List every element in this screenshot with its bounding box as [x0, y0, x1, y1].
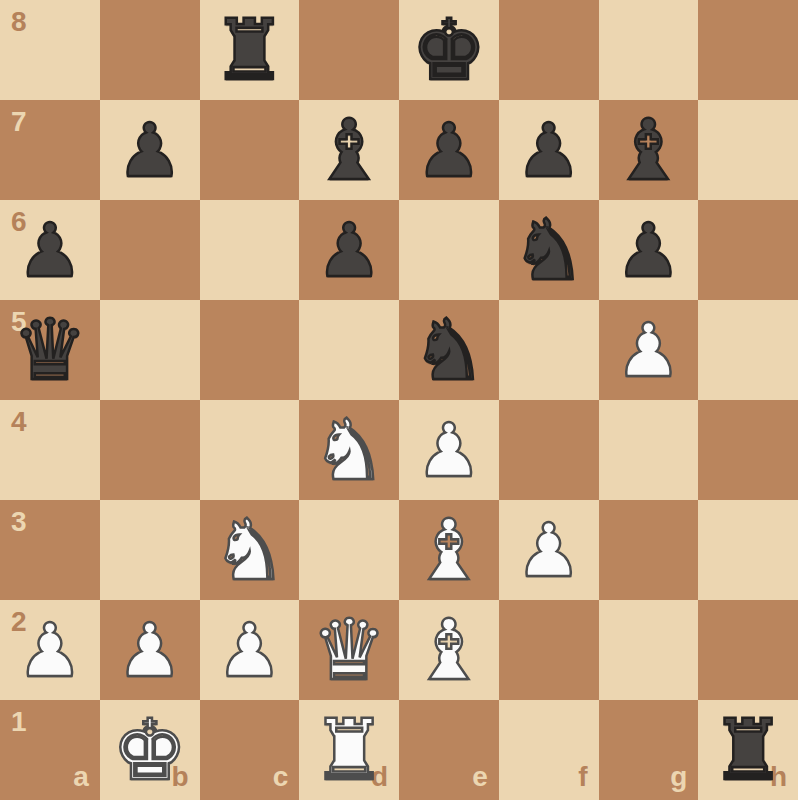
- square-f2[interactable]: [499, 600, 599, 700]
- square-a5[interactable]: 5♛: [0, 300, 100, 400]
- piece-black-pawn[interactable]: ♟: [0, 200, 100, 300]
- square-a8[interactable]: 8: [0, 0, 100, 100]
- piece-black-bishop[interactable]: ♝: [299, 100, 399, 200]
- piece-white-bishop[interactable]: ♝: [399, 500, 499, 600]
- square-b4[interactable]: [100, 400, 200, 500]
- square-h2[interactable]: [698, 600, 798, 700]
- square-e4[interactable]: ♟: [399, 400, 499, 500]
- square-g2[interactable]: [599, 600, 699, 700]
- square-h5[interactable]: [698, 300, 798, 400]
- square-g8[interactable]: [599, 0, 699, 100]
- piece-white-pawn[interactable]: ♟: [100, 600, 200, 700]
- rank-label-8: 8: [11, 8, 27, 36]
- square-g5[interactable]: ♟: [599, 300, 699, 400]
- square-b6[interactable]: [100, 200, 200, 300]
- square-h4[interactable]: [698, 400, 798, 500]
- rank-label-1: 1: [11, 708, 27, 736]
- square-g3[interactable]: [599, 500, 699, 600]
- piece-black-queen[interactable]: ♛: [0, 300, 100, 400]
- square-d4[interactable]: ♞: [299, 400, 399, 500]
- square-c4[interactable]: [200, 400, 300, 500]
- square-c5[interactable]: [200, 300, 300, 400]
- square-a7[interactable]: 7: [0, 100, 100, 200]
- square-c2[interactable]: ♟: [200, 600, 300, 700]
- piece-white-rook[interactable]: ♜: [299, 700, 399, 800]
- rank-label-7: 7: [11, 108, 27, 136]
- square-d1[interactable]: d♜: [299, 700, 399, 800]
- square-c6[interactable]: [200, 200, 300, 300]
- square-a2[interactable]: 2♟: [0, 600, 100, 700]
- square-g7[interactable]: ♝: [599, 100, 699, 200]
- square-h3[interactable]: [698, 500, 798, 600]
- piece-black-pawn[interactable]: ♟: [100, 100, 200, 200]
- square-f3[interactable]: ♟: [499, 500, 599, 600]
- piece-white-queen[interactable]: ♛: [299, 600, 399, 700]
- piece-white-knight[interactable]: ♞: [299, 400, 399, 500]
- file-label-e: e: [472, 763, 488, 791]
- square-f8[interactable]: [499, 0, 599, 100]
- square-e3[interactable]: ♝: [399, 500, 499, 600]
- piece-white-pawn[interactable]: ♟: [499, 500, 599, 600]
- square-d3[interactable]: [299, 500, 399, 600]
- file-label-g: g: [670, 763, 687, 791]
- rank-label-4: 4: [11, 408, 27, 436]
- square-d8[interactable]: [299, 0, 399, 100]
- square-f7[interactable]: ♟: [499, 100, 599, 200]
- piece-white-knight[interactable]: ♞: [200, 500, 300, 600]
- square-c7[interactable]: [200, 100, 300, 200]
- piece-black-bishop[interactable]: ♝: [599, 100, 699, 200]
- piece-white-pawn[interactable]: ♟: [599, 300, 699, 400]
- square-c8[interactable]: ♜: [200, 0, 300, 100]
- square-b7[interactable]: ♟: [100, 100, 200, 200]
- square-g1[interactable]: g: [599, 700, 699, 800]
- square-b5[interactable]: [100, 300, 200, 400]
- piece-black-rook[interactable]: ♜: [698, 700, 798, 800]
- square-h1[interactable]: h♜: [698, 700, 798, 800]
- square-b2[interactable]: ♟: [100, 600, 200, 700]
- square-a6[interactable]: 6♟: [0, 200, 100, 300]
- square-e6[interactable]: [399, 200, 499, 300]
- piece-white-king[interactable]: ♚: [100, 700, 200, 800]
- file-label-a: a: [73, 763, 89, 791]
- square-f1[interactable]: f: [499, 700, 599, 800]
- square-g4[interactable]: [599, 400, 699, 500]
- square-b1[interactable]: b♚: [100, 700, 200, 800]
- piece-black-knight[interactable]: ♞: [499, 200, 599, 300]
- square-c1[interactable]: c: [200, 700, 300, 800]
- square-b8[interactable]: [100, 0, 200, 100]
- square-f6[interactable]: ♞: [499, 200, 599, 300]
- square-e8[interactable]: ♚: [399, 0, 499, 100]
- square-f4[interactable]: [499, 400, 599, 500]
- square-h7[interactable]: [698, 100, 798, 200]
- chess-board: 8♜♚7♟♝♟♟♝6♟♟♞♟5♛♞♟4♞♟3♞♝♟2♟♟♟♛♝1ab♚cd♜ef…: [0, 0, 798, 800]
- square-a3[interactable]: 3: [0, 500, 100, 600]
- rank-label-3: 3: [11, 508, 27, 536]
- piece-black-knight[interactable]: ♞: [399, 300, 499, 400]
- piece-black-pawn[interactable]: ♟: [599, 200, 699, 300]
- piece-white-pawn[interactable]: ♟: [0, 600, 100, 700]
- piece-black-king[interactable]: ♚: [399, 0, 499, 100]
- square-a4[interactable]: 4: [0, 400, 100, 500]
- square-d5[interactable]: [299, 300, 399, 400]
- square-e1[interactable]: e: [399, 700, 499, 800]
- piece-black-pawn[interactable]: ♟: [299, 200, 399, 300]
- file-label-f: f: [578, 763, 587, 791]
- piece-white-bishop[interactable]: ♝: [399, 600, 499, 700]
- square-g6[interactable]: ♟: [599, 200, 699, 300]
- file-label-c: c: [273, 763, 289, 791]
- square-h8[interactable]: [698, 0, 798, 100]
- piece-white-pawn[interactable]: ♟: [399, 400, 499, 500]
- square-d2[interactable]: ♛: [299, 600, 399, 700]
- piece-white-pawn[interactable]: ♟: [200, 600, 300, 700]
- piece-black-pawn[interactable]: ♟: [499, 100, 599, 200]
- piece-black-rook[interactable]: ♜: [200, 0, 300, 100]
- square-d7[interactable]: ♝: [299, 100, 399, 200]
- square-d6[interactable]: ♟: [299, 200, 399, 300]
- square-a1[interactable]: 1a: [0, 700, 100, 800]
- square-b3[interactable]: [100, 500, 200, 600]
- square-e7[interactable]: ♟: [399, 100, 499, 200]
- square-f5[interactable]: [499, 300, 599, 400]
- square-h6[interactable]: [698, 200, 798, 300]
- square-e2[interactable]: ♝: [399, 600, 499, 700]
- piece-black-pawn[interactable]: ♟: [399, 100, 499, 200]
- square-c3[interactable]: ♞: [200, 500, 300, 600]
- square-e5[interactable]: ♞: [399, 300, 499, 400]
